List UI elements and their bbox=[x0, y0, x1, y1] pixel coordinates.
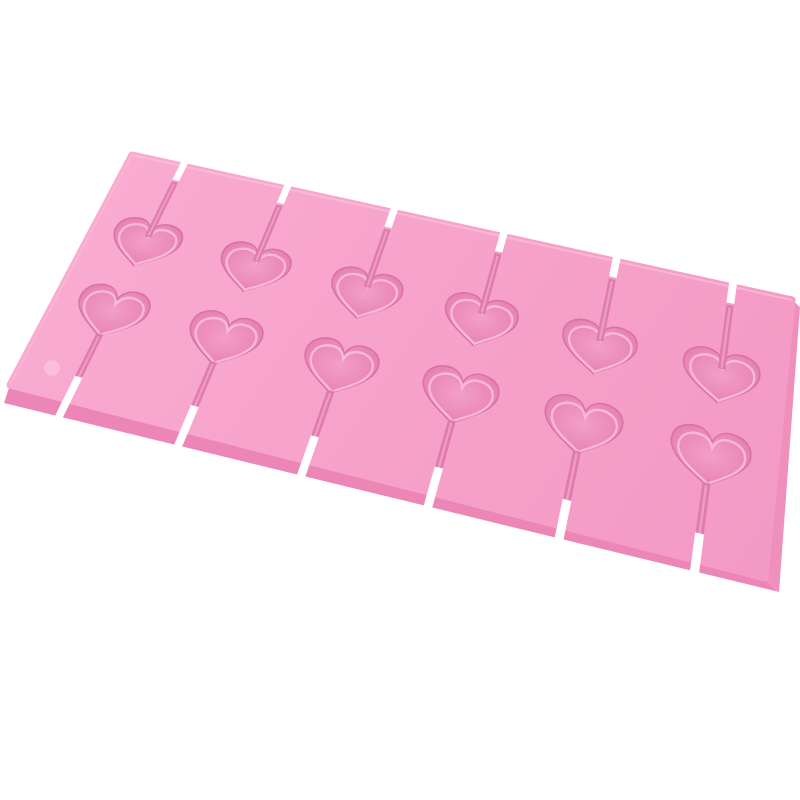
watermark-dot bbox=[44, 360, 60, 376]
product-photo: Pink silicone lollipop mold with 12 hear… bbox=[0, 0, 800, 800]
mold-illustration bbox=[0, 0, 800, 800]
